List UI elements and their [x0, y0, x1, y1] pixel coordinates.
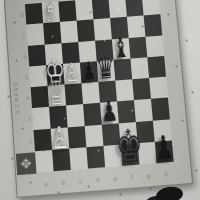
black-queen[interactable]: ♛: [95, 56, 116, 82]
square-a8[interactable]: [25, 3, 43, 25]
file-label-h: h: [164, 170, 168, 177]
square-e7[interactable]: [93, 18, 111, 40]
square-d1[interactable]: [86, 146, 105, 169]
rank-label-4: 4: [26, 94, 30, 101]
rank-label-6: 6: [23, 53, 27, 60]
file-label-b: b: [61, 178, 65, 185]
file-label-g: g: [146, 171, 150, 178]
black-pawn[interactable]: ♟: [153, 135, 175, 163]
square-c1[interactable]: [69, 147, 88, 170]
black-bishop[interactable]: ♝: [112, 36, 131, 60]
photo-noise: [0, 0, 1, 1]
square-b8[interactable]: ♗: [42, 2, 60, 24]
square-h8[interactable]: [142, 0, 161, 16]
square-e8[interactable]: [92, 0, 110, 20]
square-f8[interactable]: [108, 0, 126, 18]
square-e5[interactable]: ♛: [97, 60, 116, 82]
square-a7[interactable]: [26, 23, 44, 45]
square-c8[interactable]: [58, 0, 76, 22]
square-c2[interactable]: [68, 126, 87, 149]
white-pawn[interactable]: ♙: [64, 63, 81, 84]
square-g4[interactable]: [132, 78, 151, 100]
square-b4[interactable]: ♕: [48, 85, 66, 107]
square-g7[interactable]: [127, 16, 146, 38]
square-g5[interactable]: [130, 57, 149, 79]
rank-label-7: 7: [21, 32, 25, 39]
file-label-e: e: [113, 174, 117, 181]
square-h5[interactable]: [147, 56, 166, 78]
square-f6[interactable]: ♝: [112, 38, 131, 60]
square-g8[interactable]: [125, 0, 143, 17]
square-h6[interactable]: [145, 35, 164, 57]
file-label-c: c: [79, 177, 83, 184]
square-f4[interactable]: [115, 79, 134, 101]
rank-label-3: 3: [27, 116, 31, 123]
square-d8[interactable]: [75, 0, 93, 21]
file-label-f: f: [130, 173, 133, 180]
square-a1[interactable]: [35, 150, 54, 173]
square-c7[interactable]: [60, 21, 78, 43]
square-b2[interactable]: ♙: [51, 127, 70, 150]
black-pawn[interactable]: ♟: [81, 62, 98, 83]
white-pawn[interactable]: ♙: [50, 124, 70, 150]
square-h4[interactable]: [149, 77, 168, 99]
rank-label-8: 8: [20, 11, 24, 18]
square-f1[interactable]: ♚: [121, 143, 140, 166]
square-a2[interactable]: [33, 128, 52, 151]
photo-frame: 87654321 ♗♝♔♙♟♛♕♟♙♚♟ abcdefgh ©CHESS ✥: [0, 0, 200, 200]
square-h7[interactable]: [144, 14, 163, 36]
rank-label-2: 2: [29, 137, 33, 144]
chessboard: 87654321 ♗♝♔♙♟♛♕♟♙♚♟ abcdefgh ©CHESS ✥: [4, 0, 193, 198]
black-king[interactable]: ♚: [114, 128, 144, 167]
play-area: ♗♝♔♙♟♛♕♟♙♚♟: [25, 0, 174, 173]
white-queen[interactable]: ♕: [46, 79, 68, 107]
square-d7[interactable]: [77, 20, 95, 42]
corner-ornament-icon: ✥: [16, 152, 37, 175]
square-g6[interactable]: [129, 36, 148, 58]
square-h1[interactable]: ♟: [155, 140, 174, 163]
square-h3[interactable]: [151, 98, 170, 121]
square-c3[interactable]: [66, 104, 85, 127]
white-bishop[interactable]: ♗: [42, 1, 59, 23]
file-label-d: d: [96, 175, 100, 182]
square-d3[interactable]: [83, 103, 102, 126]
square-d2[interactable]: [85, 124, 104, 147]
captured-piece[interactable]: [155, 185, 184, 200]
file-label-a: a: [44, 179, 48, 186]
rank-label-5: 5: [24, 73, 28, 80]
